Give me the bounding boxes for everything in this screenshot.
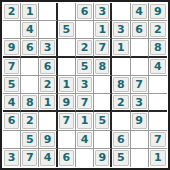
cell-r7c4[interactable]: 7 <box>58 112 76 130</box>
given-digit: 4 <box>22 22 37 37</box>
cell-r9c1[interactable]: 3 <box>3 149 21 167</box>
cell-r8c1[interactable] <box>3 131 21 149</box>
cell-r4c7[interactable] <box>112 58 130 76</box>
cell-r5c2[interactable] <box>21 76 39 94</box>
given-digit: 6 <box>40 59 54 74</box>
cell-r9c9[interactable]: 1 <box>149 149 167 167</box>
given-digit: 4 <box>132 4 147 19</box>
given-digit: 3 <box>95 4 109 19</box>
cell-r1c6[interactable]: 3 <box>94 3 112 21</box>
cell-r1c5[interactable]: 6 <box>76 3 94 21</box>
given-digit: 3 <box>113 22 128 37</box>
given-digit: 9 <box>95 150 109 166</box>
cell-r5c8[interactable]: 7 <box>131 76 149 94</box>
cell-r3c1[interactable]: 9 <box>3 39 21 57</box>
cell-r5c5[interactable]: 3 <box>76 76 94 94</box>
cell-r2c4[interactable]: 5 <box>58 21 76 39</box>
given-digit: 6 <box>4 113 19 128</box>
given-digit: 4 <box>4 95 19 109</box>
cell-r9c8[interactable] <box>131 149 149 167</box>
given-digit: 2 <box>77 40 92 54</box>
cell-r6c7[interactable]: 2 <box>112 94 130 112</box>
given-digit: 6 <box>113 132 128 147</box>
cell-r1c3[interactable] <box>39 3 57 21</box>
given-digit: 8 <box>22 95 37 109</box>
given-digit: 1 <box>40 95 54 109</box>
given-digit: 5 <box>59 22 74 37</box>
cell-r3c5[interactable]: 2 <box>76 39 94 57</box>
cell-r5c6[interactable] <box>94 76 112 94</box>
cell-r2c1[interactable] <box>3 21 21 39</box>
cell-r5c4[interactable]: 1 <box>58 76 76 94</box>
cell-r9c2[interactable]: 7 <box>21 149 39 167</box>
cell-r1c2[interactable]: 1 <box>21 3 39 21</box>
cell-r8c5[interactable]: 4 <box>76 131 94 149</box>
cell-r3c8[interactable] <box>131 39 149 57</box>
cell-r9c5[interactable] <box>76 149 94 167</box>
given-digit: 7 <box>150 132 166 147</box>
cell-r2c2[interactable]: 4 <box>21 21 39 39</box>
given-digit: 1 <box>150 150 166 166</box>
cell-r8c3[interactable]: 9 <box>39 131 57 149</box>
cell-r9c7[interactable]: 5 <box>112 149 130 167</box>
cell-r7c7[interactable] <box>112 112 130 130</box>
cell-r7c8[interactable]: 9 <box>131 112 149 130</box>
cell-r3c4[interactable] <box>58 39 76 57</box>
given-digit: 8 <box>150 40 166 54</box>
given-digit: 2 <box>4 4 19 19</box>
given-digit: 6 <box>132 22 147 37</box>
cell-r9c4[interactable]: 6 <box>58 149 76 167</box>
cell-r7c2[interactable]: 2 <box>21 112 39 130</box>
cell-r4c9[interactable]: 4 <box>149 58 167 76</box>
cell-r9c3[interactable]: 4 <box>39 149 57 167</box>
sudoku-board: 2163494513629632718765845213874819723627… <box>0 0 170 170</box>
cell-r9c6[interactable]: 9 <box>94 149 112 167</box>
given-digit: 8 <box>113 77 128 92</box>
given-digit: 1 <box>95 22 109 37</box>
cell-r8c9[interactable]: 7 <box>149 131 167 149</box>
cell-r3c3[interactable]: 3 <box>39 39 57 57</box>
given-digit: 7 <box>77 95 92 109</box>
cell-r8c6[interactable] <box>94 131 112 149</box>
cell-r6c6[interactable] <box>94 94 112 112</box>
given-digit: 5 <box>113 150 128 166</box>
cell-r4c3[interactable]: 6 <box>39 58 57 76</box>
cell-r6c4[interactable]: 9 <box>58 94 76 112</box>
cell-r2c8[interactable]: 6 <box>131 21 149 39</box>
cell-r3c7[interactable]: 1 <box>112 39 130 57</box>
cell-r5c9[interactable] <box>149 76 167 94</box>
cell-r2c9[interactable]: 2 <box>149 21 167 39</box>
given-digit: 3 <box>132 95 147 109</box>
cell-r2c6[interactable]: 1 <box>94 21 112 39</box>
given-digit: 1 <box>22 4 37 19</box>
given-digit: 2 <box>150 22 166 37</box>
cell-r1c4[interactable] <box>58 3 76 21</box>
given-digit: 7 <box>132 77 147 92</box>
cell-r7c9[interactable] <box>149 112 167 130</box>
cell-r6c2[interactable]: 8 <box>21 94 39 112</box>
cell-r7c5[interactable]: 1 <box>76 112 94 130</box>
cell-r3c2[interactable]: 6 <box>21 39 39 57</box>
given-digit: 9 <box>150 4 166 19</box>
given-digit: 9 <box>4 40 19 54</box>
cell-r4c5[interactable]: 5 <box>76 58 94 76</box>
cell-r8c8[interactable] <box>131 131 149 149</box>
given-digit: 9 <box>132 113 147 128</box>
cell-r6c9[interactable] <box>149 94 167 112</box>
given-digit: 4 <box>150 59 166 74</box>
given-digit: 4 <box>77 132 92 147</box>
cell-r4c2[interactable] <box>21 58 39 76</box>
given-digit: 7 <box>95 40 109 54</box>
cell-r2c7[interactable]: 3 <box>112 21 130 39</box>
given-digit: 5 <box>77 59 92 74</box>
cell-r2c3[interactable] <box>39 21 57 39</box>
given-digit: 2 <box>40 77 54 92</box>
cell-r5c7[interactable]: 8 <box>112 76 130 94</box>
cell-r3c9[interactable]: 8 <box>149 39 167 57</box>
given-digit: 2 <box>22 113 37 128</box>
given-digit: 1 <box>77 113 92 128</box>
cell-r7c6[interactable]: 5 <box>94 112 112 130</box>
given-digit: 1 <box>59 77 74 92</box>
cell-r4c1[interactable]: 7 <box>3 58 21 76</box>
cell-r7c1[interactable]: 6 <box>3 112 21 130</box>
cell-r8c2[interactable]: 5 <box>21 131 39 149</box>
cell-r4c8[interactable] <box>131 58 149 76</box>
cell-r7c3[interactable] <box>39 112 57 130</box>
given-digit: 5 <box>4 77 19 92</box>
given-digit: 1 <box>113 40 128 54</box>
cell-r8c4[interactable] <box>58 131 76 149</box>
given-digit: 7 <box>59 113 74 128</box>
given-digit: 3 <box>77 77 92 92</box>
cell-r8c7[interactable]: 6 <box>112 131 130 149</box>
given-digit: 3 <box>4 150 19 166</box>
cell-r4c6[interactable]: 8 <box>94 58 112 76</box>
cell-r3c6[interactable]: 7 <box>94 39 112 57</box>
given-digit: 9 <box>59 95 74 109</box>
cell-r4c4[interactable] <box>58 58 76 76</box>
given-digit: 7 <box>4 59 19 74</box>
given-digit: 2 <box>113 95 128 109</box>
cell-r2c5[interactable] <box>76 21 94 39</box>
cell-r1c1[interactable]: 2 <box>3 3 21 21</box>
given-digit: 7 <box>22 150 37 166</box>
given-digit: 4 <box>40 150 54 166</box>
cell-r1c9[interactable]: 9 <box>149 3 167 21</box>
given-digit: 6 <box>22 40 37 54</box>
cell-r6c1[interactable]: 4 <box>3 94 21 112</box>
given-digit: 5 <box>95 113 109 128</box>
cell-r6c8[interactable]: 3 <box>131 94 149 112</box>
cell-r1c8[interactable]: 4 <box>131 3 149 21</box>
given-digit: 5 <box>22 132 37 147</box>
given-digit: 6 <box>77 4 92 19</box>
cell-r6c3[interactable]: 1 <box>39 94 57 112</box>
given-digit: 9 <box>40 132 54 147</box>
given-digit: 6 <box>59 150 74 166</box>
given-digit: 3 <box>40 40 54 54</box>
cell-r5c3[interactable]: 2 <box>39 76 57 94</box>
cell-r1c7[interactable] <box>112 3 130 21</box>
given-digit: 8 <box>95 59 109 74</box>
cell-r5c1[interactable]: 5 <box>3 76 21 94</box>
cell-r6c5[interactable]: 7 <box>76 94 94 112</box>
